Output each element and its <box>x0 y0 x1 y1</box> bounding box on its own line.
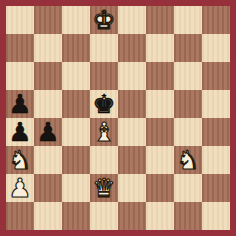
square-e2[interactable] <box>118 174 146 202</box>
square-g8[interactable] <box>174 6 202 34</box>
square-e4[interactable] <box>118 118 146 146</box>
piece-black-pawn[interactable]: ♟ <box>36 118 59 146</box>
square-f1[interactable] <box>146 202 174 230</box>
square-g4[interactable] <box>174 118 202 146</box>
square-f2[interactable] <box>146 174 174 202</box>
square-a2[interactable]: ♟ <box>6 174 34 202</box>
piece-black-king[interactable]: ♚ <box>92 90 115 118</box>
square-b5[interactable] <box>34 90 62 118</box>
square-e8[interactable] <box>118 6 146 34</box>
square-g5[interactable] <box>174 90 202 118</box>
square-g1[interactable] <box>174 202 202 230</box>
square-g3[interactable]: ♞ <box>174 146 202 174</box>
square-h8[interactable] <box>202 6 230 34</box>
square-b3[interactable] <box>34 146 62 174</box>
piece-white-pawn[interactable]: ♟ <box>8 174 31 202</box>
piece-white-king[interactable]: ♚ <box>92 6 115 34</box>
square-h1[interactable] <box>202 202 230 230</box>
square-b4[interactable]: ♟ <box>34 118 62 146</box>
square-h5[interactable] <box>202 90 230 118</box>
square-a8[interactable] <box>6 6 34 34</box>
square-c8[interactable] <box>62 6 90 34</box>
square-e5[interactable] <box>118 90 146 118</box>
square-g2[interactable] <box>174 174 202 202</box>
square-f6[interactable] <box>146 62 174 90</box>
square-a5[interactable]: ♟ <box>6 90 34 118</box>
piece-white-bishop[interactable]: ♝ <box>92 118 115 146</box>
square-c5[interactable] <box>62 90 90 118</box>
square-h4[interactable] <box>202 118 230 146</box>
square-c6[interactable] <box>62 62 90 90</box>
piece-white-queen[interactable]: ♛ <box>92 174 115 202</box>
square-a1[interactable] <box>6 202 34 230</box>
square-h3[interactable] <box>202 146 230 174</box>
square-c2[interactable] <box>62 174 90 202</box>
piece-black-pawn[interactable]: ♟ <box>8 90 31 118</box>
square-d3[interactable] <box>90 146 118 174</box>
square-b7[interactable] <box>34 34 62 62</box>
square-b6[interactable] <box>34 62 62 90</box>
piece-black-pawn[interactable]: ♟ <box>8 118 31 146</box>
square-c4[interactable] <box>62 118 90 146</box>
square-e1[interactable] <box>118 202 146 230</box>
square-a4[interactable]: ♟ <box>6 118 34 146</box>
square-f7[interactable] <box>146 34 174 62</box>
square-f4[interactable] <box>146 118 174 146</box>
piece-white-knight[interactable]: ♞ <box>176 146 199 174</box>
square-b8[interactable] <box>34 6 62 34</box>
square-h2[interactable] <box>202 174 230 202</box>
square-f5[interactable] <box>146 90 174 118</box>
chess-board-frame: ♚♟♚♟♟♝♞♞♟♛ <box>0 0 236 236</box>
square-b2[interactable] <box>34 174 62 202</box>
square-c7[interactable] <box>62 34 90 62</box>
square-h7[interactable] <box>202 34 230 62</box>
square-c3[interactable] <box>62 146 90 174</box>
chess-board: ♚♟♚♟♟♝♞♞♟♛ <box>6 6 230 230</box>
square-f3[interactable] <box>146 146 174 174</box>
square-b1[interactable] <box>34 202 62 230</box>
square-h6[interactable] <box>202 62 230 90</box>
square-e7[interactable] <box>118 34 146 62</box>
square-d7[interactable] <box>90 34 118 62</box>
square-d6[interactable] <box>90 62 118 90</box>
square-e3[interactable] <box>118 146 146 174</box>
square-d1[interactable] <box>90 202 118 230</box>
square-a7[interactable] <box>6 34 34 62</box>
square-a3[interactable]: ♞ <box>6 146 34 174</box>
square-d5[interactable]: ♚ <box>90 90 118 118</box>
square-a6[interactable] <box>6 62 34 90</box>
square-d2[interactable]: ♛ <box>90 174 118 202</box>
square-e6[interactable] <box>118 62 146 90</box>
square-g7[interactable] <box>174 34 202 62</box>
square-d4[interactable]: ♝ <box>90 118 118 146</box>
square-g6[interactable] <box>174 62 202 90</box>
square-f8[interactable] <box>146 6 174 34</box>
square-d8[interactable]: ♚ <box>90 6 118 34</box>
square-c1[interactable] <box>62 202 90 230</box>
piece-white-knight[interactable]: ♞ <box>8 146 31 174</box>
